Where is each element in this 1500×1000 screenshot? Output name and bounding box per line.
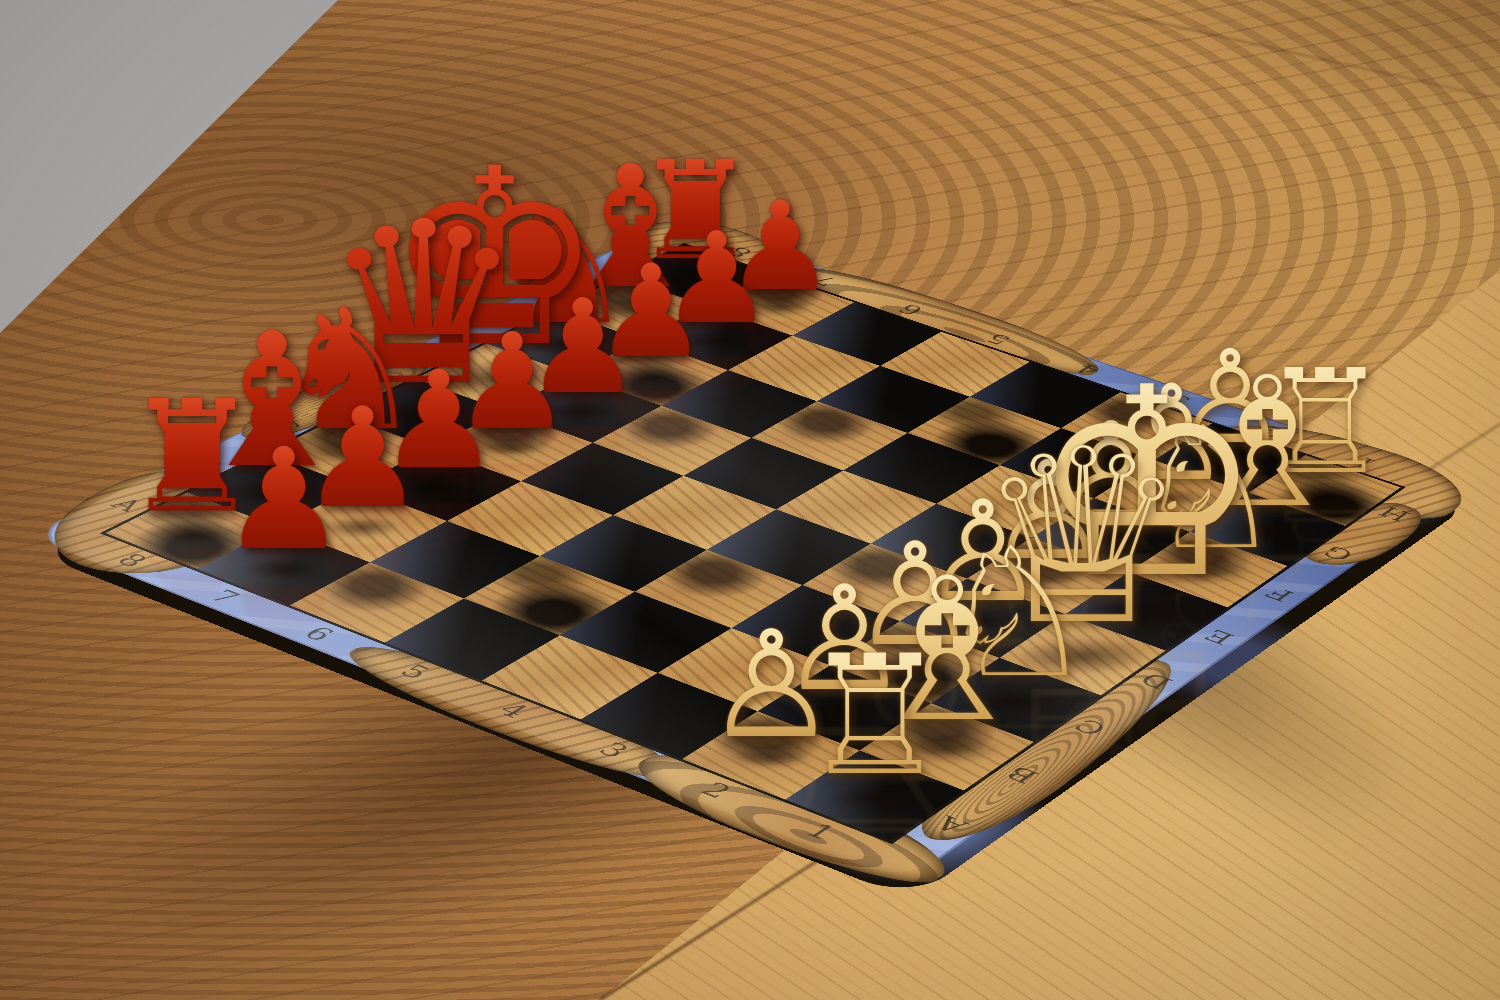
rook-glyph: ♖ bbox=[801, 634, 949, 799]
photo-scene: AA88BB77CC66DD55EE44FF33GG22HH11 ♜♜♝♝♞♞♛… bbox=[0, 0, 1500, 1000]
pawn-glyph: ♟ bbox=[221, 430, 347, 570]
piece-reflection: ♖ bbox=[801, 793, 949, 958]
piece-reflection: ♟ bbox=[221, 564, 347, 704]
